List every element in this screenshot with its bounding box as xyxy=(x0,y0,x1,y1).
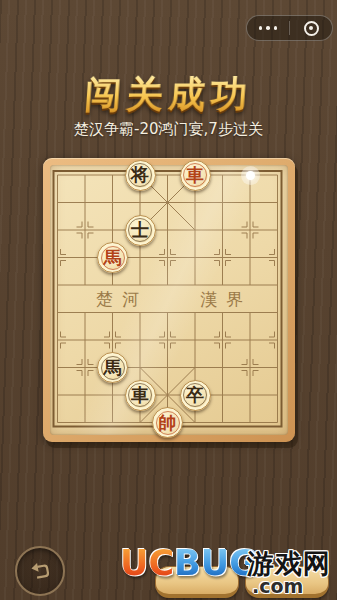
action-button-left[interactable] xyxy=(155,566,239,598)
piece-glyph: 馬 xyxy=(104,359,122,377)
piece-red-chariot[interactable]: 車 xyxy=(180,160,211,191)
page-title: 闯关成功 xyxy=(0,70,337,120)
more-button[interactable] xyxy=(247,16,289,40)
piece-glyph: 車 xyxy=(186,166,204,184)
last-move-marker xyxy=(241,166,260,185)
piece-glyph: 将 xyxy=(131,166,149,184)
piece-glyph: 帥 xyxy=(159,414,177,432)
piece-black-advisor[interactable]: 士 xyxy=(125,215,156,246)
return-arrow-icon xyxy=(26,557,54,585)
piece-red-horse[interactable]: 馬 xyxy=(97,242,128,273)
more-dots-icon xyxy=(259,26,278,30)
action-button-right[interactable] xyxy=(245,566,329,598)
wechat-capsule xyxy=(246,15,333,41)
piece-glyph: 車 xyxy=(131,386,149,404)
piece-red-general[interactable]: 帥 xyxy=(152,407,183,438)
pieces-layer: 将車士馬馬車卒帥 xyxy=(44,161,292,436)
level-subtitle: 楚汉争霸-20鸿门宴,7步过关 xyxy=(0,120,337,139)
piece-black-general[interactable]: 将 xyxy=(125,160,156,191)
piece-black-chariot[interactable]: 車 xyxy=(125,380,156,411)
piece-glyph: 士 xyxy=(131,221,149,239)
circle-target-icon xyxy=(304,21,319,36)
piece-black-soldier[interactable]: 卒 xyxy=(180,380,211,411)
exit-button[interactable] xyxy=(290,16,332,40)
replay-button[interactable] xyxy=(15,546,65,596)
piece-glyph: 卒 xyxy=(186,386,204,404)
piece-black-horse[interactable]: 馬 xyxy=(97,352,128,383)
piece-glyph: 馬 xyxy=(104,249,122,267)
